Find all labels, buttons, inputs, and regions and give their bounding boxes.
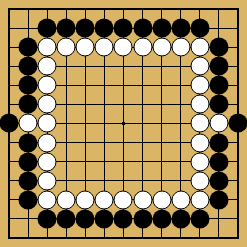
intersection[interactable] — [114, 190, 133, 209]
white-stone — [171, 190, 190, 209]
intersection[interactable] — [133, 0, 152, 19]
intersection[interactable] — [0, 209, 19, 228]
black-stone — [76, 209, 95, 228]
intersection[interactable] — [76, 133, 95, 152]
white-stone — [133, 190, 152, 209]
intersection[interactable] — [209, 76, 228, 95]
intersection[interactable] — [228, 171, 247, 190]
intersection[interactable] — [152, 171, 171, 190]
intersection[interactable] — [228, 0, 247, 19]
white-stone — [190, 76, 209, 95]
intersection[interactable] — [114, 133, 133, 152]
black-stone — [209, 190, 228, 209]
black-stone — [19, 190, 38, 209]
black-stone — [190, 209, 209, 228]
black-stone — [114, 19, 133, 38]
intersection[interactable] — [57, 57, 76, 76]
intersection[interactable] — [57, 19, 76, 38]
black-stone — [57, 19, 76, 38]
intersection[interactable] — [190, 133, 209, 152]
intersection[interactable] — [228, 152, 247, 171]
white-stone — [38, 38, 57, 57]
intersection[interactable] — [95, 0, 114, 19]
intersection[interactable] — [209, 209, 228, 228]
intersection[interactable] — [171, 76, 190, 95]
intersection[interactable] — [76, 76, 95, 95]
black-stone — [0, 114, 19, 133]
intersection[interactable] — [152, 38, 171, 57]
black-stone — [114, 209, 133, 228]
black-stone — [95, 19, 114, 38]
intersection[interactable] — [19, 171, 38, 190]
black-stone — [209, 76, 228, 95]
intersection[interactable] — [171, 152, 190, 171]
black-stone — [209, 152, 228, 171]
intersection[interactable] — [133, 228, 152, 247]
white-stone — [190, 57, 209, 76]
intersection[interactable] — [57, 209, 76, 228]
intersection[interactable] — [76, 152, 95, 171]
white-stone — [190, 190, 209, 209]
intersection[interactable] — [133, 114, 152, 133]
intersection[interactable] — [38, 57, 57, 76]
white-stone — [38, 95, 57, 114]
intersection[interactable] — [0, 171, 19, 190]
white-stone — [57, 38, 76, 57]
black-stone — [57, 209, 76, 228]
intersection[interactable] — [133, 57, 152, 76]
intersection[interactable] — [57, 152, 76, 171]
black-stone — [209, 171, 228, 190]
intersection[interactable] — [0, 0, 19, 19]
intersection[interactable] — [76, 209, 95, 228]
intersection[interactable] — [57, 0, 76, 19]
intersection[interactable] — [19, 57, 38, 76]
intersection[interactable] — [171, 228, 190, 247]
intersection[interactable] — [19, 38, 38, 57]
intersection[interactable] — [152, 114, 171, 133]
intersection[interactable] — [152, 152, 171, 171]
intersection[interactable] — [19, 0, 38, 19]
intersection[interactable] — [57, 38, 76, 57]
intersection[interactable] — [95, 133, 114, 152]
white-stone — [19, 114, 38, 133]
white-stone — [114, 38, 133, 57]
intersection[interactable] — [152, 190, 171, 209]
intersection[interactable] — [190, 0, 209, 19]
black-stone — [19, 38, 38, 57]
white-stone — [190, 38, 209, 57]
intersection[interactable] — [95, 190, 114, 209]
intersection[interactable] — [133, 95, 152, 114]
intersection[interactable] — [95, 95, 114, 114]
intersection[interactable] — [133, 19, 152, 38]
intersection[interactable] — [38, 228, 57, 247]
black-stone — [38, 209, 57, 228]
black-stone — [19, 76, 38, 95]
intersection[interactable] — [76, 38, 95, 57]
black-stone — [95, 209, 114, 228]
intersection[interactable] — [57, 133, 76, 152]
intersection[interactable] — [95, 57, 114, 76]
intersection[interactable] — [190, 76, 209, 95]
intersection[interactable] — [190, 38, 209, 57]
intersection[interactable] — [171, 19, 190, 38]
intersection[interactable] — [0, 38, 19, 57]
intersection[interactable] — [0, 152, 19, 171]
intersection[interactable] — [95, 114, 114, 133]
intersection[interactable] — [133, 190, 152, 209]
intersection[interactable] — [76, 190, 95, 209]
intersection[interactable] — [38, 114, 57, 133]
intersection[interactable] — [38, 76, 57, 95]
white-stone — [190, 114, 209, 133]
black-stone — [209, 38, 228, 57]
white-stone — [133, 38, 152, 57]
intersection[interactable] — [0, 57, 19, 76]
intersection[interactable] — [0, 19, 19, 38]
intersection[interactable] — [114, 171, 133, 190]
intersection[interactable] — [152, 57, 171, 76]
intersection[interactable] — [76, 171, 95, 190]
intersection[interactable] — [171, 57, 190, 76]
white-stone — [38, 57, 57, 76]
intersection[interactable] — [152, 95, 171, 114]
intersection[interactable] — [38, 19, 57, 38]
intersection[interactable] — [228, 209, 247, 228]
intersection[interactable] — [209, 133, 228, 152]
intersection[interactable] — [228, 228, 247, 247]
intersection[interactable] — [171, 95, 190, 114]
white-stone — [38, 190, 57, 209]
white-stone — [38, 133, 57, 152]
intersection[interactable] — [228, 57, 247, 76]
intersection[interactable] — [114, 228, 133, 247]
intersection[interactable] — [152, 209, 171, 228]
intersection[interactable] — [95, 228, 114, 247]
intersection[interactable] — [38, 133, 57, 152]
intersection[interactable] — [76, 19, 95, 38]
intersection[interactable] — [228, 95, 247, 114]
intersection[interactable] — [19, 209, 38, 228]
intersection[interactable] — [0, 228, 19, 247]
intersection[interactable] — [0, 190, 19, 209]
intersection[interactable] — [171, 209, 190, 228]
white-stone — [190, 95, 209, 114]
intersection[interactable] — [57, 76, 76, 95]
black-stone — [19, 152, 38, 171]
intersection[interactable] — [171, 114, 190, 133]
intersection[interactable] — [114, 19, 133, 38]
intersection[interactable] — [152, 0, 171, 19]
intersection[interactable] — [190, 57, 209, 76]
intersection[interactable] — [209, 19, 228, 38]
intersection[interactable] — [19, 76, 38, 95]
intersection[interactable] — [171, 0, 190, 19]
intersection[interactable] — [228, 76, 247, 95]
black-stone — [19, 133, 38, 152]
white-stone — [38, 152, 57, 171]
black-stone — [38, 19, 57, 38]
intersection[interactable] — [133, 133, 152, 152]
intersection[interactable] — [190, 114, 209, 133]
intersection[interactable] — [209, 95, 228, 114]
intersection[interactable] — [57, 114, 76, 133]
black-stone — [228, 114, 247, 133]
go-board-diagram — [0, 0, 247, 247]
intersection[interactable] — [114, 114, 133, 133]
intersection[interactable] — [133, 171, 152, 190]
black-stone — [133, 19, 152, 38]
white-stone — [38, 76, 57, 95]
intersection[interactable] — [228, 133, 247, 152]
white-stone — [114, 190, 133, 209]
intersection[interactable] — [228, 114, 247, 133]
intersection[interactable] — [190, 190, 209, 209]
intersection[interactable] — [171, 171, 190, 190]
white-stone — [171, 38, 190, 57]
intersection[interactable] — [209, 171, 228, 190]
stone-grid — [0, 0, 247, 247]
intersection[interactable] — [114, 209, 133, 228]
intersection[interactable] — [19, 228, 38, 247]
intersection[interactable] — [19, 133, 38, 152]
black-stone — [152, 19, 171, 38]
white-stone — [95, 38, 114, 57]
intersection[interactable] — [0, 114, 19, 133]
intersection[interactable] — [38, 38, 57, 57]
intersection[interactable] — [76, 228, 95, 247]
intersection[interactable] — [152, 19, 171, 38]
intersection[interactable] — [76, 57, 95, 76]
intersection[interactable] — [152, 228, 171, 247]
black-stone — [171, 19, 190, 38]
black-stone — [133, 209, 152, 228]
intersection[interactable] — [57, 190, 76, 209]
intersection[interactable] — [209, 57, 228, 76]
intersection[interactable] — [19, 190, 38, 209]
intersection[interactable] — [114, 57, 133, 76]
white-stone — [57, 190, 76, 209]
white-stone — [190, 133, 209, 152]
intersection[interactable] — [209, 114, 228, 133]
intersection[interactable] — [19, 114, 38, 133]
intersection[interactable] — [19, 152, 38, 171]
intersection[interactable] — [133, 152, 152, 171]
black-stone — [209, 95, 228, 114]
intersection[interactable] — [114, 76, 133, 95]
white-stone — [209, 114, 228, 133]
intersection[interactable] — [38, 171, 57, 190]
intersection[interactable] — [209, 38, 228, 57]
intersection[interactable] — [19, 19, 38, 38]
black-stone — [209, 133, 228, 152]
intersection[interactable] — [228, 38, 247, 57]
intersection[interactable] — [209, 228, 228, 247]
black-stone — [19, 171, 38, 190]
intersection[interactable] — [152, 76, 171, 95]
intersection[interactable] — [209, 152, 228, 171]
white-stone — [190, 152, 209, 171]
white-stone — [190, 171, 209, 190]
intersection[interactable] — [76, 95, 95, 114]
intersection[interactable] — [190, 171, 209, 190]
white-stone — [76, 38, 95, 57]
intersection[interactable] — [190, 19, 209, 38]
intersection[interactable] — [114, 152, 133, 171]
intersection[interactable] — [0, 133, 19, 152]
black-stone — [171, 209, 190, 228]
intersection[interactable] — [76, 0, 95, 19]
intersection[interactable] — [38, 209, 57, 228]
intersection[interactable] — [95, 152, 114, 171]
intersection[interactable] — [95, 76, 114, 95]
go-board — [0, 0, 247, 247]
intersection[interactable] — [209, 190, 228, 209]
black-stone — [209, 57, 228, 76]
intersection[interactable] — [171, 38, 190, 57]
intersection[interactable] — [190, 95, 209, 114]
intersection[interactable] — [57, 95, 76, 114]
intersection[interactable] — [171, 133, 190, 152]
intersection[interactable] — [152, 133, 171, 152]
intersection[interactable] — [228, 19, 247, 38]
black-stone — [76, 19, 95, 38]
intersection[interactable] — [114, 38, 133, 57]
intersection[interactable] — [95, 38, 114, 57]
white-stone — [152, 190, 171, 209]
intersection[interactable] — [95, 19, 114, 38]
white-stone — [38, 171, 57, 190]
intersection[interactable] — [95, 171, 114, 190]
intersection[interactable] — [76, 114, 95, 133]
intersection[interactable] — [57, 228, 76, 247]
intersection[interactable] — [190, 209, 209, 228]
intersection[interactable] — [38, 190, 57, 209]
intersection[interactable] — [133, 209, 152, 228]
intersection[interactable] — [114, 95, 133, 114]
intersection[interactable] — [114, 0, 133, 19]
intersection[interactable] — [38, 152, 57, 171]
intersection[interactable] — [209, 0, 228, 19]
intersection[interactable] — [0, 76, 19, 95]
intersection[interactable] — [19, 95, 38, 114]
black-stone — [19, 95, 38, 114]
black-stone — [190, 19, 209, 38]
intersection[interactable] — [228, 190, 247, 209]
intersection[interactable] — [95, 209, 114, 228]
intersection[interactable] — [133, 76, 152, 95]
black-stone — [152, 209, 171, 228]
intersection[interactable] — [38, 95, 57, 114]
intersection[interactable] — [190, 228, 209, 247]
intersection[interactable] — [190, 152, 209, 171]
intersection[interactable] — [57, 171, 76, 190]
intersection[interactable] — [133, 38, 152, 57]
white-stone — [76, 190, 95, 209]
intersection[interactable] — [38, 0, 57, 19]
black-stone — [19, 57, 38, 76]
intersection[interactable] — [171, 190, 190, 209]
white-stone — [38, 114, 57, 133]
intersection[interactable] — [0, 95, 19, 114]
white-stone — [95, 190, 114, 209]
white-stone — [152, 38, 171, 57]
